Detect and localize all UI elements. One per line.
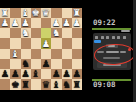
black-pawn-f7: ♟ [21, 69, 31, 79]
square-b2[interactable]: ♟ [62, 18, 72, 28]
square-e6[interactable] [31, 59, 41, 69]
white-pawn-b2: ♟ [62, 18, 72, 28]
selected-move-chip[interactable] [94, 40, 101, 43]
popup-small-button[interactable] [106, 44, 118, 48]
square-d6[interactable]: ♟ [41, 59, 51, 69]
black-pawn-b7: ♟ [62, 69, 72, 79]
black-bishop-e7: ♝ [31, 69, 41, 79]
square-d7[interactable] [41, 69, 51, 79]
move-chip[interactable] [95, 36, 98, 39]
square-d3[interactable] [41, 28, 51, 38]
white-knight-f3: ♞ [21, 28, 31, 38]
top-clock: 09:22 [93, 19, 131, 27]
move-popup [93, 33, 131, 70]
white-bishop-g5: ♝ [10, 49, 20, 59]
move-chip[interactable] [112, 36, 115, 39]
chess-board: ♜♝♚♛♜♟♟♟♟♟♟♞♞♟♝♞♟♟♟♟♝♟♟♟♚♜♛♝♞♜ [0, 8, 82, 90]
square-h8[interactable] [0, 79, 10, 89]
square-b7[interactable]: ♟ [62, 69, 72, 79]
popup-action-button-label [103, 64, 121, 66]
square-e2[interactable] [31, 18, 41, 28]
square-f2[interactable]: ♟ [21, 18, 31, 28]
square-g6[interactable] [10, 59, 20, 69]
white-pawn-a2: ♟ [72, 18, 82, 28]
square-b5[interactable] [62, 49, 72, 59]
square-a2[interactable]: ♟ [72, 18, 82, 28]
white-pawn-c2: ♟ [51, 18, 61, 28]
square-b8[interactable]: ♞ [62, 79, 72, 89]
square-c6[interactable] [51, 59, 61, 69]
square-e4[interactable] [31, 38, 41, 48]
square-a5[interactable] [72, 49, 82, 59]
square-d5[interactable] [41, 49, 51, 59]
square-e8[interactable] [31, 79, 41, 89]
black-king-g8: ♚ [10, 79, 20, 89]
square-a7[interactable]: ♟ [72, 69, 82, 79]
square-g1[interactable] [10, 8, 20, 18]
square-d2[interactable] [41, 18, 51, 28]
square-c4[interactable] [51, 38, 61, 48]
popup-timestamp-text [121, 30, 130, 32]
square-e5[interactable] [31, 49, 41, 59]
move-strip [95, 36, 126, 39]
square-h5[interactable] [0, 49, 10, 59]
square-c1[interactable] [51, 8, 61, 18]
black-rook-f8: ♜ [21, 79, 31, 89]
move-chip[interactable] [123, 36, 126, 39]
square-g3[interactable] [10, 28, 20, 38]
square-g5[interactable]: ♝ [10, 49, 20, 59]
white-rook-h1: ♜ [0, 8, 10, 18]
square-a6[interactable] [72, 59, 82, 69]
black-rook-a8: ♜ [72, 79, 82, 89]
move-chip[interactable] [106, 36, 109, 39]
square-a4[interactable] [72, 38, 82, 48]
square-d1[interactable]: ♛ [41, 8, 51, 18]
square-h7[interactable]: ♟ [0, 69, 10, 79]
square-c5[interactable] [51, 49, 61, 59]
square-h2[interactable]: ♟ [0, 18, 10, 28]
square-h6[interactable] [0, 59, 10, 69]
square-f3[interactable]: ♞ [21, 28, 31, 38]
square-f8[interactable]: ♜ [21, 79, 31, 89]
white-queen-d1: ♛ [41, 8, 51, 18]
app-background: ♜♝♚♛♜♟♟♟♟♟♟♞♞♟♝♞♟♟♟♟♝♟♟♟♚♜♛♝♞♜ 09:22 09:… [0, 0, 136, 102]
white-pawn-f2: ♟ [21, 18, 31, 28]
black-pawn-c7: ♟ [51, 69, 61, 79]
square-h4[interactable] [0, 38, 10, 48]
move-chip[interactable] [101, 36, 104, 39]
popup-small-button-label [108, 45, 115, 47]
square-e3[interactable] [31, 28, 41, 38]
white-rook-a1: ♜ [72, 8, 82, 18]
square-f4[interactable] [21, 38, 31, 48]
black-pawn-g7: ♟ [10, 69, 20, 79]
white-bishop-f1: ♝ [21, 8, 31, 18]
move-chip[interactable] [117, 36, 120, 39]
bottom-clock: 09:08 [93, 81, 131, 89]
square-c8[interactable]: ♝ [51, 79, 61, 89]
panel-edge-strip [133, 0, 136, 102]
square-e1[interactable]: ♚ [31, 8, 41, 18]
black-bishop-c8: ♝ [51, 79, 61, 89]
black-queen-d8: ♛ [41, 79, 51, 89]
black-pawn-a7: ♟ [72, 69, 82, 79]
popup-action-button[interactable] [97, 62, 127, 68]
white-pawn-d4: ♟ [41, 38, 51, 48]
square-b4[interactable] [62, 38, 72, 48]
white-knight-c3: ♞ [51, 28, 61, 38]
square-g4[interactable] [10, 38, 20, 48]
square-c7[interactable]: ♟ [51, 69, 61, 79]
square-f7[interactable]: ♟ [21, 69, 31, 79]
square-h3[interactable] [0, 28, 10, 38]
square-h1[interactable]: ♜ [0, 8, 10, 18]
square-e7[interactable]: ♝ [31, 69, 41, 79]
square-a8[interactable]: ♜ [72, 79, 82, 89]
black-knight-f6: ♞ [21, 59, 31, 69]
black-pawn-h7: ♟ [0, 69, 10, 79]
square-g2[interactable]: ♟ [10, 18, 20, 28]
square-g8[interactable]: ♚ [10, 79, 20, 89]
white-king-e1: ♚ [31, 8, 41, 18]
black-pawn-d6: ♟ [41, 59, 51, 69]
square-f6[interactable]: ♞ [21, 59, 31, 69]
square-a1[interactable]: ♜ [72, 8, 82, 18]
square-b6[interactable] [62, 59, 72, 69]
red-dot-marker [128, 48, 131, 51]
popup-text-line-1 [95, 51, 128, 53]
square-f5[interactable] [21, 49, 31, 59]
white-pawn-h2: ♟ [0, 18, 10, 28]
square-f1[interactable]: ♝ [21, 8, 31, 18]
square-c3[interactable]: ♞ [51, 28, 61, 38]
white-pawn-g2: ♟ [10, 18, 20, 28]
square-d8[interactable]: ♛ [41, 79, 51, 89]
square-b3[interactable] [62, 28, 72, 38]
black-knight-b8: ♞ [62, 79, 72, 89]
square-c2[interactable]: ♟ [51, 18, 61, 28]
square-a3[interactable] [72, 28, 82, 38]
square-g7[interactable]: ♟ [10, 69, 20, 79]
popup-text-line-2 [103, 57, 120, 59]
square-d4[interactable]: ♟ [41, 38, 51, 48]
square-b1[interactable] [62, 8, 72, 18]
